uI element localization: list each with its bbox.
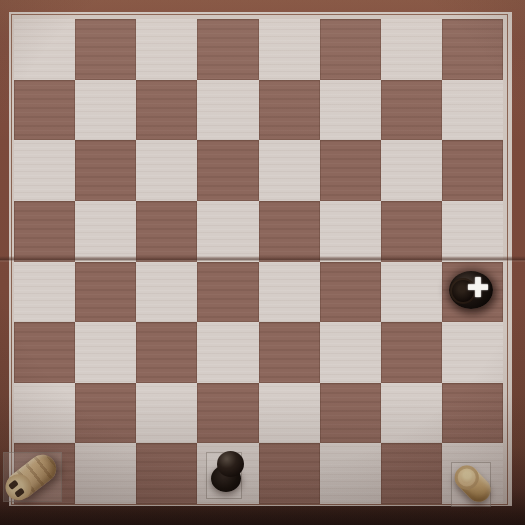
- square-g6[interactable]: [381, 140, 442, 201]
- square-e2[interactable]: [259, 383, 320, 444]
- black-pawn-head: [217, 451, 244, 477]
- square-f7[interactable]: [320, 80, 381, 141]
- square-e4[interactable]: [259, 262, 320, 323]
- square-h5[interactable]: [442, 201, 503, 262]
- square-g3[interactable]: [381, 322, 442, 383]
- square-d8[interactable]: [197, 19, 258, 80]
- square-e7[interactable]: [259, 80, 320, 141]
- square-f8[interactable]: [320, 19, 381, 80]
- square-b4[interactable]: [75, 262, 136, 323]
- black-king[interactable]: ✚ ♚: [440, 263, 504, 319]
- rook-crenellation-slot: [14, 488, 25, 498]
- square-c8[interactable]: [136, 19, 197, 80]
- white-pawn[interactable]: ♙: [448, 459, 496, 509]
- square-f2[interactable]: [320, 383, 381, 444]
- square-d7[interactable]: [197, 80, 258, 141]
- square-c1[interactable]: [136, 443, 197, 504]
- square-f6[interactable]: [320, 140, 381, 201]
- rook-crenellation-slot: [8, 480, 19, 490]
- square-c7[interactable]: [136, 80, 197, 141]
- chessboard-photo: ♖ ♟ ♙ ✚ ♚: [0, 0, 525, 525]
- white-pawn-body: [450, 461, 495, 506]
- square-g2[interactable]: [381, 383, 442, 444]
- square-h2[interactable]: [442, 383, 503, 444]
- square-c6[interactable]: [136, 140, 197, 201]
- square-e1[interactable]: [259, 443, 320, 504]
- square-e6[interactable]: [259, 140, 320, 201]
- square-d4[interactable]: [197, 262, 258, 323]
- square-d6[interactable]: [197, 140, 258, 201]
- square-a7[interactable]: [14, 80, 75, 141]
- board-fold-seam: [0, 256, 525, 262]
- square-b1[interactable]: [75, 443, 136, 504]
- square-a2[interactable]: [14, 383, 75, 444]
- square-g1[interactable]: [381, 443, 442, 504]
- square-c3[interactable]: [136, 322, 197, 383]
- square-b3[interactable]: [75, 322, 136, 383]
- square-h6[interactable]: [442, 140, 503, 201]
- square-f3[interactable]: [320, 322, 381, 383]
- square-e8[interactable]: [259, 19, 320, 80]
- white-rook[interactable]: ♖: [1, 450, 63, 504]
- square-d5[interactable]: [197, 201, 258, 262]
- square-a5[interactable]: [14, 201, 75, 262]
- square-h3[interactable]: [442, 322, 503, 383]
- square-b6[interactable]: [75, 140, 136, 201]
- square-a4[interactable]: [14, 262, 75, 323]
- white-rook-body: [1, 449, 62, 505]
- square-b8[interactable]: [75, 19, 136, 80]
- square-g4[interactable]: [381, 262, 442, 323]
- black-pawn[interactable]: ♟: [204, 449, 248, 497]
- square-a3[interactable]: [14, 322, 75, 383]
- square-c4[interactable]: [136, 262, 197, 323]
- square-d3[interactable]: [197, 322, 258, 383]
- square-h7[interactable]: [442, 80, 503, 141]
- square-f1[interactable]: [320, 443, 381, 504]
- square-g8[interactable]: [381, 19, 442, 80]
- square-g7[interactable]: [381, 80, 442, 141]
- square-c2[interactable]: [136, 383, 197, 444]
- square-a6[interactable]: [14, 140, 75, 201]
- square-d2[interactable]: [197, 383, 258, 444]
- square-f4[interactable]: [320, 262, 381, 323]
- square-b5[interactable]: [75, 201, 136, 262]
- square-b7[interactable]: [75, 80, 136, 141]
- square-a8[interactable]: [14, 19, 75, 80]
- square-c5[interactable]: [136, 201, 197, 262]
- square-e5[interactable]: [259, 201, 320, 262]
- square-f5[interactable]: [320, 201, 381, 262]
- square-b2[interactable]: [75, 383, 136, 444]
- square-e3[interactable]: [259, 322, 320, 383]
- square-h8[interactable]: [442, 19, 503, 80]
- square-g5[interactable]: [381, 201, 442, 262]
- king-cross-icon: ✚: [461, 271, 495, 305]
